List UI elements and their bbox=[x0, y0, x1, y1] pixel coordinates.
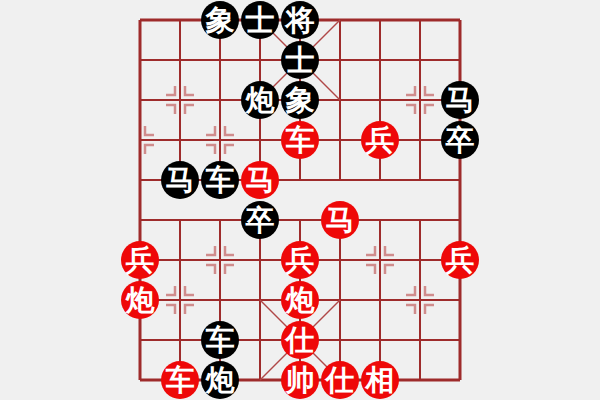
piece-red-soldier[interactable]: 兵 bbox=[121, 241, 159, 279]
piece-red-chariot[interactable]: 车 bbox=[281, 121, 319, 159]
piece-black-cannon[interactable]: 炮 bbox=[241, 81, 279, 119]
piece-red-elephant[interactable]: 相 bbox=[361, 361, 399, 399]
piece-black-advisor[interactable]: 士 bbox=[241, 1, 279, 39]
piece-black-horse[interactable]: 马 bbox=[441, 81, 479, 119]
piece-red-advisor[interactable]: 仕 bbox=[321, 361, 359, 399]
piece-red-soldier[interactable]: 兵 bbox=[441, 241, 479, 279]
piece-black-chariot[interactable]: 车 bbox=[201, 161, 239, 199]
xiangqi-board: 象士将士炮象马车兵卒马车马卒马兵兵兵炮炮车仕车炮帅仕相 bbox=[0, 0, 600, 400]
piece-black-general[interactable]: 将 bbox=[281, 1, 319, 39]
piece-red-chariot[interactable]: 车 bbox=[161, 361, 199, 399]
piece-black-soldier[interactable]: 卒 bbox=[241, 201, 279, 239]
piece-black-chariot[interactable]: 车 bbox=[201, 321, 239, 359]
piece-black-elephant[interactable]: 象 bbox=[201, 1, 239, 39]
piece-red-soldier[interactable]: 兵 bbox=[281, 241, 319, 279]
piece-red-horse[interactable]: 马 bbox=[241, 161, 279, 199]
piece-red-general[interactable]: 帅 bbox=[281, 361, 319, 399]
piece-black-horse[interactable]: 马 bbox=[161, 161, 199, 199]
piece-black-soldier[interactable]: 卒 bbox=[441, 121, 479, 159]
piece-red-horse[interactable]: 马 bbox=[321, 201, 359, 239]
piece-red-cannon[interactable]: 炮 bbox=[121, 281, 159, 319]
piece-layer: 象士将士炮象马车兵卒马车马卒马兵兵兵炮炮车仕车炮帅仕相 bbox=[120, 0, 480, 400]
piece-black-advisor[interactable]: 士 bbox=[281, 41, 319, 79]
piece-black-cannon[interactable]: 炮 bbox=[201, 361, 239, 399]
piece-red-advisor[interactable]: 仕 bbox=[281, 321, 319, 359]
piece-black-elephant[interactable]: 象 bbox=[281, 81, 319, 119]
piece-red-cannon[interactable]: 炮 bbox=[281, 281, 319, 319]
piece-red-soldier[interactable]: 兵 bbox=[361, 121, 399, 159]
